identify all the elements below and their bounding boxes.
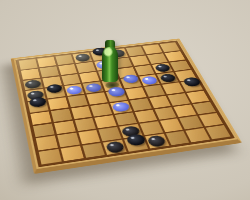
- board-cell[interactable]: [74, 118, 96, 132]
- blue-defender-piece[interactable]: [140, 75, 158, 85]
- board-cell[interactable]: [57, 133, 79, 147]
- board-cell[interactable]: [61, 74, 81, 85]
- board-cell[interactable]: [60, 146, 83, 161]
- board-cell[interactable]: [166, 131, 190, 145]
- board-cell[interactable]: [54, 121, 76, 135]
- board-cell[interactable]: [140, 121, 163, 135]
- board-cell[interactable]: [145, 134, 169, 149]
- black-attacker-piece[interactable]: [147, 135, 168, 147]
- board-cell[interactable]: [193, 102, 216, 115]
- blue-defender-piece[interactable]: [107, 87, 125, 97]
- board-cell[interactable]: [51, 109, 72, 122]
- board-cell[interactable]: [23, 79, 42, 91]
- board-cell[interactable]: [33, 123, 55, 137]
- board-cell[interactable]: [199, 113, 223, 126]
- board-cell[interactable]: [187, 91, 210, 103]
- black-attacker-piece[interactable]: [46, 83, 63, 93]
- game-board: [11, 38, 242, 174]
- board-cell[interactable]: [160, 119, 183, 133]
- board-cell[interactable]: [149, 96, 171, 108]
- board-cell[interactable]: [124, 137, 148, 152]
- board-cell[interactable]: [147, 53, 167, 63]
- board-cell[interactable]: [130, 55, 150, 65]
- board-cell[interactable]: [168, 93, 190, 105]
- board-cell[interactable]: [36, 136, 58, 151]
- board-cell[interactable]: [99, 127, 122, 141]
- board-cell[interactable]: [82, 143, 105, 158]
- board-cell[interactable]: [30, 111, 51, 124]
- board-cell[interactable]: [162, 82, 184, 94]
- board-cell[interactable]: [135, 110, 158, 123]
- board-grid: [14, 39, 238, 169]
- black-attacker-piece[interactable]: [24, 79, 41, 89]
- board-cell[interactable]: [95, 115, 117, 128]
- board-cell[interactable]: [91, 103, 113, 116]
- black-attacker-piece[interactable]: [74, 53, 90, 62]
- photo-background: [0, 0, 250, 200]
- king-body: [102, 47, 118, 82]
- board-cell[interactable]: [174, 104, 197, 117]
- board-cell[interactable]: [110, 101, 132, 114]
- board-cell[interactable]: [121, 77, 142, 89]
- king-piece[interactable]: [102, 40, 118, 82]
- board-cell[interactable]: [71, 106, 92, 119]
- black-attacker-piece[interactable]: [126, 134, 146, 147]
- board-cell[interactable]: [106, 90, 127, 102]
- board-cell[interactable]: [103, 140, 126, 155]
- board-cell[interactable]: [115, 112, 137, 125]
- board-cell[interactable]: [130, 98, 152, 111]
- black-attacker-piece[interactable]: [159, 73, 177, 83]
- board-cell[interactable]: [206, 125, 231, 139]
- board-cell[interactable]: [125, 87, 146, 99]
- board-cell[interactable]: [87, 92, 108, 104]
- board-cell[interactable]: [39, 149, 62, 164]
- black-attacker-piece[interactable]: [105, 141, 125, 154]
- black-attacker-piece[interactable]: [183, 77, 202, 87]
- black-attacker-piece[interactable]: [154, 63, 172, 72]
- board-cell[interactable]: [78, 130, 101, 144]
- blue-defender-piece[interactable]: [65, 85, 83, 95]
- board-cell[interactable]: [154, 107, 177, 120]
- board-cell[interactable]: [181, 80, 203, 92]
- blue-defender-piece[interactable]: [84, 82, 102, 92]
- blue-defender-piece[interactable]: [112, 102, 131, 113]
- black-attacker-piece[interactable]: [29, 97, 47, 108]
